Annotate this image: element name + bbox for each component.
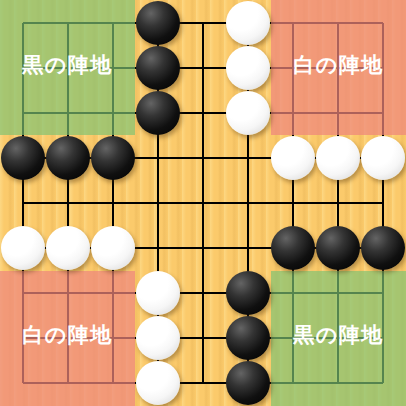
go-diagram: 黒の陣地 白の陣地 白の陣地 黒の陣地 [0, 0, 406, 406]
black-stone [91, 136, 135, 180]
black-stone [226, 316, 270, 360]
black-stone [361, 226, 405, 270]
white-stone [316, 136, 360, 180]
white-stone [136, 361, 180, 405]
black-stone [316, 226, 360, 270]
white-stone [91, 226, 135, 270]
territory-label-black-bottom-right: 黒の陣地 [271, 324, 406, 346]
territory-overlay-top-right: 白の陣地 [271, 0, 406, 135]
white-stone [226, 46, 270, 90]
territory-label-white-bottom-left: 白の陣地 [0, 324, 135, 346]
white-stone [271, 136, 315, 180]
black-stone [1, 136, 45, 180]
black-stone [46, 136, 90, 180]
territory-overlay-bottom-left: 白の陣地 [0, 271, 135, 406]
white-stone [226, 91, 270, 135]
white-stone [46, 226, 90, 270]
territory-overlay-bottom-right: 黒の陣地 [271, 271, 406, 406]
white-stone [136, 316, 180, 360]
black-stone [136, 91, 180, 135]
go-board: 黒の陣地 白の陣地 白の陣地 黒の陣地 [0, 0, 406, 406]
territory-overlay-top-left: 黒の陣地 [0, 0, 135, 135]
black-stone [136, 46, 180, 90]
black-stone [226, 361, 270, 405]
white-stone [1, 226, 45, 270]
white-stone [361, 136, 405, 180]
territory-label-black-top-left: 黒の陣地 [0, 54, 135, 76]
black-stone [271, 226, 315, 270]
territory-label-white-top-right: 白の陣地 [271, 54, 406, 76]
white-stone [226, 1, 270, 45]
black-stone [136, 1, 180, 45]
white-stone [136, 271, 180, 315]
black-stone [226, 271, 270, 315]
